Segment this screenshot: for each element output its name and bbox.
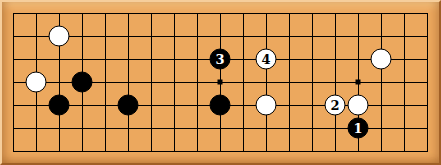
hoshi-marker [356, 80, 361, 85]
white-stone [371, 49, 392, 70]
move-number: 3 [215, 53, 224, 66]
white-stone [26, 72, 47, 93]
white-stone [256, 95, 277, 116]
white-stone [49, 26, 70, 47]
move-number: 1 [353, 122, 362, 135]
stones-layer: 3421 [2, 2, 439, 163]
white-stone [348, 95, 369, 116]
black-stone [49, 95, 70, 116]
black-stone [72, 72, 93, 93]
hoshi-marker [218, 80, 223, 85]
white-stone: 4 [256, 49, 277, 70]
black-stone [118, 95, 139, 116]
black-stone [210, 95, 231, 116]
black-stone: 1 [348, 118, 369, 139]
move-number: 4 [261, 53, 270, 66]
white-stone: 2 [325, 95, 346, 116]
go-board-diagram: 3421 [0, 0, 441, 165]
move-number: 2 [330, 99, 339, 112]
black-stone: 3 [210, 49, 231, 70]
